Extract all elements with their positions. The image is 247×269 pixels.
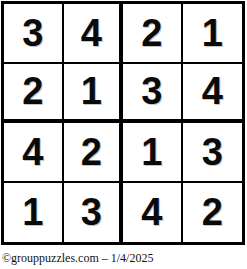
- cell-r1c4[interactable]: 1: [183, 4, 243, 64]
- cell-r2c2[interactable]: 1: [64, 64, 124, 124]
- cell-r4c4[interactable]: 2: [183, 183, 243, 243]
- cell-r4c1[interactable]: 1: [4, 183, 64, 243]
- sudoku-page: 3 4 2 1 2 1 3 4 4 2 1 3 1 3 4 2 ©grouppu…: [0, 0, 247, 269]
- cell-r4c3[interactable]: 4: [123, 183, 183, 243]
- cell-r1c2[interactable]: 4: [64, 4, 124, 64]
- cell-r3c3[interactable]: 1: [123, 123, 183, 183]
- cell-r1c3[interactable]: 2: [123, 4, 183, 64]
- cell-r3c4[interactable]: 3: [183, 123, 243, 183]
- cell-r2c4[interactable]: 4: [183, 64, 243, 124]
- cell-r3c2[interactable]: 2: [64, 123, 124, 183]
- sudoku-board: 3 4 2 1 2 1 3 4 4 2 1 3 1 3 4 2: [1, 1, 245, 245]
- cell-r3c1[interactable]: 4: [4, 123, 64, 183]
- cell-r2c3[interactable]: 3: [123, 64, 183, 124]
- cell-r2c1[interactable]: 2: [4, 64, 64, 124]
- cell-r4c2[interactable]: 3: [64, 183, 124, 243]
- copyright-credit: ©grouppuzzles.com – 1/4/2025: [2, 251, 153, 266]
- cell-r1c1[interactable]: 3: [4, 4, 64, 64]
